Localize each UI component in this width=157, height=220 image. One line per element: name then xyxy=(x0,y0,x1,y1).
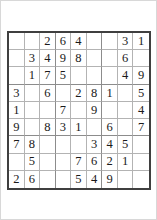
cell-r4c4[interactable] xyxy=(56,85,72,102)
cell-r4c5[interactable]: 2 xyxy=(71,85,87,102)
cell-r9c3[interactable] xyxy=(40,171,56,188)
cell-r3c3[interactable]: 7 xyxy=(40,67,56,84)
cell-r5c3[interactable] xyxy=(40,102,56,119)
cell-r4c2[interactable] xyxy=(25,85,41,102)
cell-r5c1[interactable]: 1 xyxy=(9,102,25,119)
cell-r9c9[interactable] xyxy=(133,171,149,188)
cell-r8c3[interactable] xyxy=(40,154,56,171)
cell-r6c3[interactable]: 8 xyxy=(40,119,56,136)
cell-r6c1[interactable]: 9 xyxy=(9,119,25,136)
cell-r5c4[interactable]: 7 xyxy=(56,102,72,119)
cell-r7c9[interactable] xyxy=(133,136,149,153)
cell-r1c5[interactable]: 4 xyxy=(71,33,87,50)
cell-r3c6[interactable] xyxy=(87,67,103,84)
cell-r8c5[interactable]: 7 xyxy=(71,154,87,171)
cell-r9c6[interactable]: 4 xyxy=(87,171,103,188)
cell-r5c8[interactable] xyxy=(118,102,134,119)
cell-r1c6[interactable] xyxy=(87,33,103,50)
cell-r1c8[interactable]: 3 xyxy=(118,33,134,50)
cell-r4c3[interactable]: 6 xyxy=(40,85,56,102)
cell-r5c6[interactable]: 9 xyxy=(87,102,103,119)
cell-r6c6[interactable] xyxy=(87,119,103,136)
cell-r2c4[interactable]: 9 xyxy=(56,50,72,67)
cell-r3c1[interactable] xyxy=(9,67,25,84)
cell-r2c9[interactable] xyxy=(133,50,149,67)
cell-r2c3[interactable]: 4 xyxy=(40,50,56,67)
cell-r2c2[interactable]: 3 xyxy=(25,50,41,67)
cell-r5c5[interactable] xyxy=(71,102,87,119)
cell-r6c2[interactable] xyxy=(25,119,41,136)
cell-r5c9[interactable]: 4 xyxy=(133,102,149,119)
cell-r1c2[interactable] xyxy=(25,33,41,50)
cell-r4c8[interactable] xyxy=(118,85,134,102)
cell-r3c8[interactable]: 4 xyxy=(118,67,134,84)
cell-r1c9[interactable]: 1 xyxy=(133,33,149,50)
cell-r2c7[interactable] xyxy=(102,50,118,67)
cell-r2c6[interactable] xyxy=(87,50,103,67)
cell-r8c4[interactable] xyxy=(56,154,72,171)
cell-r6c8[interactable] xyxy=(118,119,134,136)
cell-r3c4[interactable]: 5 xyxy=(56,67,72,84)
cell-r7c4[interactable] xyxy=(56,136,72,153)
cell-r1c1[interactable] xyxy=(9,33,25,50)
cell-r1c3[interactable]: 2 xyxy=(40,33,56,50)
cell-r7c7[interactable]: 4 xyxy=(102,136,118,153)
cell-r8c6[interactable]: 6 xyxy=(87,154,103,171)
cell-r4c6[interactable]: 8 xyxy=(87,85,103,102)
cell-r7c1[interactable]: 7 xyxy=(9,136,25,153)
cell-r7c5[interactable] xyxy=(71,136,87,153)
cell-r7c6[interactable]: 3 xyxy=(87,136,103,153)
cell-r2c5[interactable]: 8 xyxy=(71,50,87,67)
cell-r9c7[interactable]: 9 xyxy=(102,171,118,188)
cell-r3c5[interactable] xyxy=(71,67,87,84)
cell-r1c4[interactable]: 6 xyxy=(56,33,72,50)
cell-r3c9[interactable]: 9 xyxy=(133,67,149,84)
cell-r6c5[interactable]: 1 xyxy=(71,119,87,136)
cell-r4c1[interactable]: 3 xyxy=(9,85,25,102)
cell-r5c2[interactable] xyxy=(25,102,41,119)
cell-r2c8[interactable]: 6 xyxy=(118,50,134,67)
cell-r6c9[interactable]: 7 xyxy=(133,119,149,136)
cell-r8c2[interactable]: 5 xyxy=(25,154,41,171)
cell-r9c2[interactable]: 6 xyxy=(25,171,41,188)
cell-r4c7[interactable]: 1 xyxy=(102,85,118,102)
cell-r3c2[interactable]: 1 xyxy=(25,67,41,84)
cell-r9c4[interactable] xyxy=(56,171,72,188)
cell-r1c7[interactable] xyxy=(102,33,118,50)
cell-r9c5[interactable]: 5 xyxy=(71,171,87,188)
cell-r7c8[interactable]: 5 xyxy=(118,136,134,153)
cell-r9c8[interactable] xyxy=(118,171,134,188)
cell-r8c8[interactable]: 1 xyxy=(118,154,134,171)
cell-r7c2[interactable]: 8 xyxy=(25,136,41,153)
cell-r8c7[interactable]: 2 xyxy=(102,154,118,171)
sudoku-board: 2643134986175493628151794983167783455762… xyxy=(7,31,151,190)
cell-r8c9[interactable] xyxy=(133,154,149,171)
cell-r7c3[interactable] xyxy=(40,136,56,153)
cell-r2c1[interactable] xyxy=(9,50,25,67)
cell-r8c1[interactable] xyxy=(9,154,25,171)
cell-r5c7[interactable] xyxy=(102,102,118,119)
cell-r9c1[interactable]: 2 xyxy=(9,171,25,188)
cell-r3c7[interactable] xyxy=(102,67,118,84)
puzzle-page: 2643134986175493628151794983167783455762… xyxy=(0,0,157,220)
cell-r4c9[interactable]: 5 xyxy=(133,85,149,102)
cell-r6c4[interactable]: 3 xyxy=(56,119,72,136)
cell-r6c7[interactable]: 6 xyxy=(102,119,118,136)
